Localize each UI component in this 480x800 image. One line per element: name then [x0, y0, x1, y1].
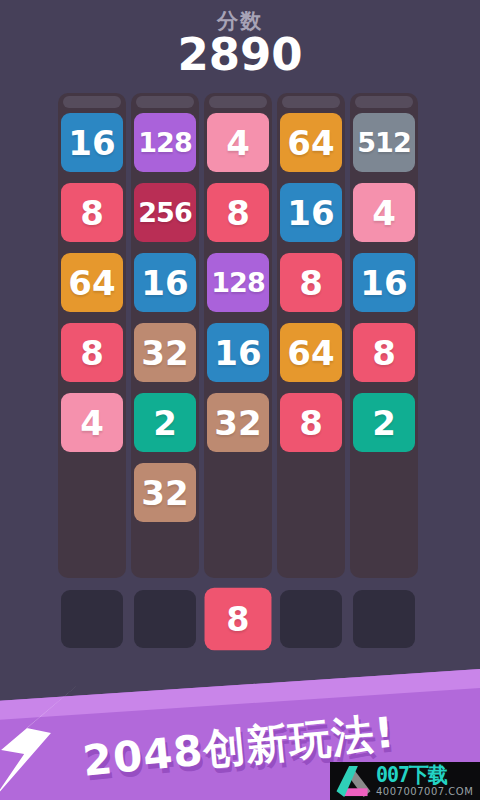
tile-64: 64: [280, 113, 342, 172]
column-cap: [209, 96, 267, 108]
tile-2: 2: [353, 393, 415, 452]
tile-128: 128: [134, 113, 196, 172]
launcher-slot: [353, 590, 415, 648]
tile-32: 32: [134, 323, 196, 382]
tile-16: 16: [207, 323, 269, 382]
empty-cell: [61, 463, 123, 522]
tile-256: 256: [134, 183, 196, 242]
watermark-title: 007下载: [376, 765, 473, 786]
tile-layer: 1612846451282568164641612881683216648423…: [61, 113, 415, 522]
launcher-slot: [134, 590, 196, 648]
tile-2: 2: [134, 393, 196, 452]
tile-16: 16: [61, 113, 123, 172]
tile-4: 4: [61, 393, 123, 452]
tile-8: 8: [61, 183, 123, 242]
column-cap: [63, 96, 121, 108]
tile-64: 64: [280, 323, 342, 382]
next-tile-8[interactable]: 8: [205, 588, 272, 651]
tile-8: 8: [61, 323, 123, 382]
column-cap: [136, 96, 194, 108]
column-cap: [355, 96, 413, 108]
tile-4: 4: [353, 183, 415, 242]
tile-64: 64: [61, 253, 123, 312]
tile-16: 16: [134, 253, 196, 312]
empty-cell: [280, 463, 342, 522]
watermark: 007下载 4007007007.COM: [330, 762, 480, 800]
score-value: 2890: [0, 28, 480, 81]
tile-32: 32: [134, 463, 196, 522]
launcher-slot: [280, 590, 342, 648]
tile-16: 16: [353, 253, 415, 312]
lightning-icon: [0, 679, 104, 800]
triangle-logo-icon: [335, 765, 371, 798]
tile-16: 16: [280, 183, 342, 242]
empty-cell: [207, 463, 269, 522]
watermark-texts: 007下载 4007007007.COM: [376, 765, 473, 797]
watermark-subtitle: 4007007007.COM: [376, 787, 473, 797]
tile-8: 8: [280, 253, 342, 312]
tile-32: 32: [207, 393, 269, 452]
game-screen: 分数 2890 16128464512825681646416128816832…: [0, 0, 480, 800]
column-cap: [282, 96, 340, 108]
tile-512: 512: [353, 113, 415, 172]
launcher-row: 8: [61, 590, 415, 648]
launcher-slot: [61, 590, 123, 648]
empty-cell: [353, 463, 415, 522]
tile-8: 8: [207, 183, 269, 242]
tile-4: 4: [207, 113, 269, 172]
tile-128: 128: [207, 253, 269, 312]
tile-8: 8: [280, 393, 342, 452]
tile-8: 8: [353, 323, 415, 382]
